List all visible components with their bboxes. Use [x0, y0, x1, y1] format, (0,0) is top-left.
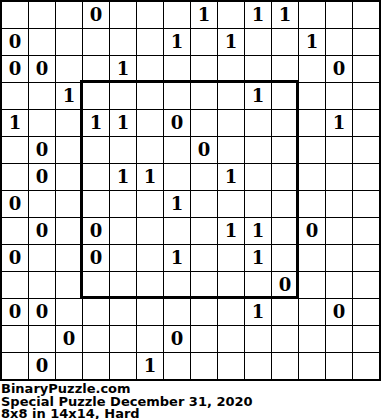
cell-r11c12: 0 [326, 299, 352, 325]
cell-r4c6: 0 [164, 110, 190, 136]
cell-r1c9[interactable] [245, 29, 271, 55]
cell-r13c6[interactable] [164, 353, 190, 379]
cell-r0c0[interactable] [2, 2, 28, 28]
cell-r2c11[interactable] [299, 56, 325, 82]
cell-r8c4[interactable] [110, 218, 136, 244]
cell-r10c3[interactable] [83, 272, 109, 298]
cell-r2c6[interactable] [164, 56, 190, 82]
cell-r4c3: 1 [83, 110, 109, 136]
cell-r6c7[interactable] [191, 164, 217, 190]
cell-r8c13[interactable] [353, 218, 379, 244]
cell-r10c0[interactable] [2, 272, 28, 298]
cell-r5c5[interactable] [137, 137, 163, 163]
cell-r13c2[interactable] [56, 353, 82, 379]
cell-r12c7[interactable] [191, 326, 217, 352]
cell-r13c8[interactable] [218, 353, 244, 379]
cell-r8c3: 0 [83, 218, 109, 244]
cell-r4c1[interactable] [29, 110, 55, 136]
cell-r1c4[interactable] [110, 29, 136, 55]
cell-r8c11: 0 [299, 218, 325, 244]
cell-r11c11[interactable] [299, 299, 325, 325]
cell-r4c13[interactable] [353, 110, 379, 136]
cell-r3c5[interactable] [137, 83, 163, 109]
cell-r10c8[interactable] [218, 272, 244, 298]
cell-r6c12[interactable] [326, 164, 352, 190]
cell-r11c9: 1 [245, 299, 271, 325]
cell-r12c2: 0 [56, 326, 82, 352]
cell-r5c7: 0 [191, 137, 217, 163]
cell-r13c11[interactable] [299, 353, 325, 379]
cell-r12c4[interactable] [110, 326, 136, 352]
cell-r3c11[interactable] [299, 83, 325, 109]
cell-r1c5[interactable] [137, 29, 163, 55]
cell-r4c8[interactable] [218, 110, 244, 136]
cell-r7c12[interactable] [326, 191, 352, 217]
cell-r1c3[interactable] [83, 29, 109, 55]
cell-r13c4[interactable] [110, 353, 136, 379]
cell-r11c3[interactable] [83, 299, 109, 325]
cell-r0c6[interactable] [164, 2, 190, 28]
cell-r10c13[interactable] [353, 272, 379, 298]
cell-r9c6: 1 [164, 245, 190, 271]
cell-r10c7[interactable] [191, 272, 217, 298]
cell-r2c8[interactable] [218, 56, 244, 82]
cell-r11c10[interactable] [272, 299, 298, 325]
cell-r7c1[interactable] [29, 191, 55, 217]
cell-r10c6[interactable] [164, 272, 190, 298]
cell-r8c6[interactable] [164, 218, 190, 244]
cell-r0c9: 1 [245, 2, 271, 28]
cell-r1c6: 1 [164, 29, 190, 55]
cell-r0c11[interactable] [299, 2, 325, 28]
cell-r9c9: 1 [245, 245, 271, 271]
cell-r1c0: 0 [2, 29, 28, 55]
cell-r6c8: 1 [218, 164, 244, 190]
cell-r0c5[interactable] [137, 2, 163, 28]
cell-r5c4[interactable] [110, 137, 136, 163]
cell-r5c13[interactable] [353, 137, 379, 163]
cell-r1c10[interactable] [272, 29, 298, 55]
cell-r4c11[interactable] [299, 110, 325, 136]
cell-r12c9[interactable] [245, 326, 271, 352]
cell-r2c9[interactable] [245, 56, 271, 82]
cell-r3c13[interactable] [353, 83, 379, 109]
cell-r3c8[interactable] [218, 83, 244, 109]
cell-r5c0[interactable] [2, 137, 28, 163]
cell-r3c10[interactable] [272, 83, 298, 109]
cell-r8c5[interactable] [137, 218, 163, 244]
cell-r2c3[interactable] [83, 56, 109, 82]
cell-r10c2[interactable] [56, 272, 82, 298]
cell-r10c1[interactable] [29, 272, 55, 298]
cell-r11c13[interactable] [353, 299, 379, 325]
cell-r9c3: 0 [83, 245, 109, 271]
cell-r2c0: 0 [2, 56, 28, 82]
cell-r5c6[interactable] [164, 137, 190, 163]
cell-r6c11[interactable] [299, 164, 325, 190]
cell-r13c12[interactable] [326, 353, 352, 379]
cell-r6c13[interactable] [353, 164, 379, 190]
cell-r12c10[interactable] [272, 326, 298, 352]
puzzle-board: 0111011100101111101000111010011000110001… [0, 0, 381, 381]
cell-r12c8[interactable] [218, 326, 244, 352]
cell-r7c10[interactable] [272, 191, 298, 217]
cell-r6c5: 1 [137, 164, 163, 190]
cell-r5c12[interactable] [326, 137, 352, 163]
cell-r8c8: 1 [218, 218, 244, 244]
cell-r2c12: 0 [326, 56, 352, 82]
puzzle-info: 8x8 in 14x14, Hard [1, 408, 381, 419]
cell-r7c13[interactable] [353, 191, 379, 217]
cell-r10c12[interactable] [326, 272, 352, 298]
cell-r8c9: 1 [245, 218, 271, 244]
cell-r2c4: 1 [110, 56, 136, 82]
cell-r7c3[interactable] [83, 191, 109, 217]
cell-r8c7[interactable] [191, 218, 217, 244]
cell-r5c2[interactable] [56, 137, 82, 163]
cell-r2c5[interactable] [137, 56, 163, 82]
cell-r6c1: 0 [29, 164, 55, 190]
cell-r12c1[interactable] [29, 326, 55, 352]
cell-r9c5[interactable] [137, 245, 163, 271]
cell-r9c7[interactable] [191, 245, 217, 271]
cell-r9c4[interactable] [110, 245, 136, 271]
cell-r10c4[interactable] [110, 272, 136, 298]
cell-r3c0[interactable] [2, 83, 28, 109]
cell-r7c6: 1 [164, 191, 190, 217]
cell-r1c13[interactable] [353, 29, 379, 55]
cell-r13c0[interactable] [2, 353, 28, 379]
cell-r12c11[interactable] [299, 326, 325, 352]
cell-r9c2[interactable] [56, 245, 82, 271]
cell-r13c3[interactable] [83, 353, 109, 379]
cell-r13c10[interactable] [272, 353, 298, 379]
cell-r3c9: 1 [245, 83, 271, 109]
cell-r11c8[interactable] [218, 299, 244, 325]
footer: BinaryPuzzle.com Special Puzzle December… [0, 381, 381, 419]
cell-r11c6[interactable] [164, 299, 190, 325]
cell-r7c7[interactable] [191, 191, 217, 217]
cell-r4c10[interactable] [272, 110, 298, 136]
cell-r11c4[interactable] [110, 299, 136, 325]
cell-r10c11[interactable] [299, 272, 325, 298]
cell-r12c0[interactable] [2, 326, 28, 352]
cell-r9c10[interactable] [272, 245, 298, 271]
cell-r9c8[interactable] [218, 245, 244, 271]
cell-r4c12: 1 [326, 110, 352, 136]
cell-r3c6[interactable] [164, 83, 190, 109]
cell-r6c0[interactable] [2, 164, 28, 190]
cell-r7c4[interactable] [110, 191, 136, 217]
cell-r11c1: 0 [29, 299, 55, 325]
cell-r1c2[interactable] [56, 29, 82, 55]
cell-r8c12[interactable] [326, 218, 352, 244]
cell-r13c1: 0 [29, 353, 55, 379]
cell-r3c2: 1 [56, 83, 82, 109]
cell-r0c2[interactable] [56, 2, 82, 28]
cell-r8c2[interactable] [56, 218, 82, 244]
cell-r9c12[interactable] [326, 245, 352, 271]
cell-r5c1: 0 [29, 137, 55, 163]
cell-r4c2[interactable] [56, 110, 82, 136]
cell-r0c13[interactable] [353, 2, 379, 28]
cell-r10c9[interactable] [245, 272, 271, 298]
cell-r3c1[interactable] [29, 83, 55, 109]
cell-r3c7[interactable] [191, 83, 217, 109]
cell-r12c3[interactable] [83, 326, 109, 352]
cell-r0c12[interactable] [326, 2, 352, 28]
cell-r4c7[interactable] [191, 110, 217, 136]
cell-r11c0: 0 [2, 299, 28, 325]
cell-r1c12[interactable] [326, 29, 352, 55]
cell-r0c10: 1 [272, 2, 298, 28]
cell-r0c7: 1 [191, 2, 217, 28]
cell-r4c4: 1 [110, 110, 136, 136]
cell-r13c13[interactable] [353, 353, 379, 379]
cell-r5c3[interactable] [83, 137, 109, 163]
cell-r11c5[interactable] [137, 299, 163, 325]
cell-r6c4: 1 [110, 164, 136, 190]
cell-r7c9[interactable] [245, 191, 271, 217]
cell-r7c2[interactable] [56, 191, 82, 217]
cell-r3c3[interactable] [83, 83, 109, 109]
cell-r0c8[interactable] [218, 2, 244, 28]
cell-r7c11[interactable] [299, 191, 325, 217]
cell-r7c5[interactable] [137, 191, 163, 217]
cell-r1c11: 1 [299, 29, 325, 55]
cell-r12c6: 0 [164, 326, 190, 352]
cell-r7c0: 0 [2, 191, 28, 217]
cell-r12c13[interactable] [353, 326, 379, 352]
cell-r1c7[interactable] [191, 29, 217, 55]
cell-r4c0: 1 [2, 110, 28, 136]
cell-r2c7[interactable] [191, 56, 217, 82]
cell-r5c8[interactable] [218, 137, 244, 163]
cell-r0c4[interactable] [110, 2, 136, 28]
cell-r9c0: 0 [2, 245, 28, 271]
cell-r6c3[interactable] [83, 164, 109, 190]
cell-r6c9[interactable] [245, 164, 271, 190]
cell-r1c8: 1 [218, 29, 244, 55]
cell-r2c13[interactable] [353, 56, 379, 82]
cell-r2c1: 0 [29, 56, 55, 82]
cell-r2c2[interactable] [56, 56, 82, 82]
cell-r11c7[interactable] [191, 299, 217, 325]
cell-r1c1[interactable] [29, 29, 55, 55]
cell-r13c5: 1 [137, 353, 163, 379]
cell-r0c1[interactable] [29, 2, 55, 28]
cell-r6c10[interactable] [272, 164, 298, 190]
cell-r2c10[interactable] [272, 56, 298, 82]
cell-r8c10[interactable] [272, 218, 298, 244]
cell-r4c9[interactable] [245, 110, 271, 136]
cell-r8c0[interactable] [2, 218, 28, 244]
cell-r5c9[interactable] [245, 137, 271, 163]
cell-r9c11[interactable] [299, 245, 325, 271]
puzzle-grid: 0111011100101111101000111010011000110001… [0, 0, 381, 381]
cell-r9c13[interactable] [353, 245, 379, 271]
cell-r6c6[interactable] [164, 164, 190, 190]
cell-r8c1: 0 [29, 218, 55, 244]
cell-r7c8[interactable] [218, 191, 244, 217]
cell-r12c5[interactable] [137, 326, 163, 352]
cell-r13c7[interactable] [191, 353, 217, 379]
cell-r10c10: 0 [272, 272, 298, 298]
cell-r3c12[interactable] [326, 83, 352, 109]
cell-r13c9[interactable] [245, 353, 271, 379]
cell-r9c1[interactable] [29, 245, 55, 271]
cell-r6c2[interactable] [56, 164, 82, 190]
cell-r4c5[interactable] [137, 110, 163, 136]
cell-r12c12[interactable] [326, 326, 352, 352]
cell-r5c10[interactable] [272, 137, 298, 163]
cell-r5c11[interactable] [299, 137, 325, 163]
cell-r11c2[interactable] [56, 299, 82, 325]
cell-r10c5[interactable] [137, 272, 163, 298]
cell-r3c4[interactable] [110, 83, 136, 109]
cell-r0c3: 0 [83, 2, 109, 28]
